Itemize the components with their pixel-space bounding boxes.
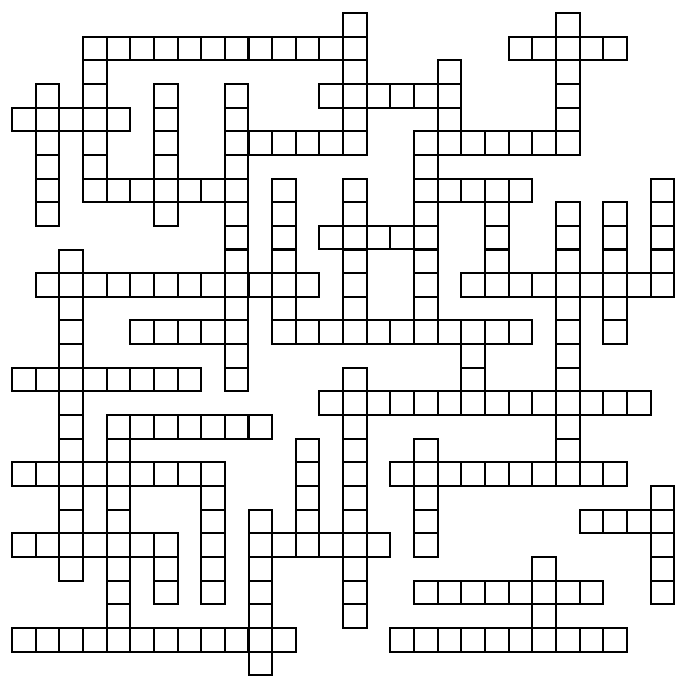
grid-cell[interactable]	[106, 107, 132, 133]
grid-cell[interactable]	[200, 627, 226, 653]
grid-cell[interactable]	[271, 201, 297, 227]
grid-cell[interactable]	[579, 36, 605, 62]
grid-cell[interactable]	[602, 461, 628, 487]
grid-cell[interactable]	[342, 485, 368, 511]
grid-cell[interactable]	[555, 461, 581, 487]
grid-cell[interactable]	[11, 627, 37, 653]
grid-cell[interactable]	[177, 272, 203, 298]
grid-cell[interactable]	[366, 532, 392, 558]
grid-cell[interactable]	[389, 83, 415, 109]
grid-cell[interactable]	[484, 201, 510, 227]
grid-cell[interactable]	[35, 367, 61, 393]
grid-cell[interactable]	[153, 130, 179, 156]
grid-cell[interactable]	[508, 580, 534, 606]
grid-cell[interactable]	[177, 36, 203, 62]
grid-cell[interactable]	[35, 201, 61, 227]
grid-cell[interactable]	[342, 225, 368, 251]
grid-cell[interactable]	[58, 319, 84, 345]
grid-cell[interactable]	[248, 532, 274, 558]
grid-cell[interactable]	[650, 249, 676, 275]
grid-cell[interactable]	[200, 36, 226, 62]
grid-cell[interactable]	[531, 580, 557, 606]
grid-cell[interactable]	[177, 319, 203, 345]
grid-cell[interactable]	[413, 580, 439, 606]
grid-cell[interactable]	[82, 83, 108, 109]
grid-cell[interactable]	[531, 556, 557, 582]
grid-cell[interactable]	[389, 390, 415, 416]
grid-cell[interactable]	[460, 178, 486, 204]
grid-cell[interactable]	[342, 580, 368, 606]
grid-cell[interactable]	[224, 107, 250, 133]
grid-cell[interactable]	[555, 83, 581, 109]
grid-cell[interactable]	[129, 36, 155, 62]
grid-cell[interactable]	[200, 461, 226, 487]
grid-cell[interactable]	[106, 414, 132, 440]
grid-cell[interactable]	[413, 225, 439, 251]
grid-cell[interactable]	[58, 485, 84, 511]
grid-cell[interactable]	[58, 414, 84, 440]
grid-cell[interactable]	[437, 319, 463, 345]
grid-cell[interactable]	[177, 627, 203, 653]
grid-cell[interactable]	[555, 414, 581, 440]
grid-cell[interactable]	[106, 438, 132, 464]
grid-cell[interactable]	[58, 556, 84, 582]
grid-cell[interactable]	[129, 414, 155, 440]
grid-cell[interactable]	[82, 130, 108, 156]
grid-cell[interactable]	[11, 532, 37, 558]
grid-cell[interactable]	[366, 225, 392, 251]
grid-cell[interactable]	[58, 107, 84, 133]
grid-cell[interactable]	[106, 627, 132, 653]
grid-cell[interactable]	[342, 509, 368, 535]
grid-cell[interactable]	[82, 107, 108, 133]
grid-cell[interactable]	[248, 556, 274, 582]
grid-cell[interactable]	[650, 509, 676, 535]
grid-cell[interactable]	[82, 367, 108, 393]
grid-cell[interactable]	[342, 249, 368, 275]
grid-cell[interactable]	[342, 178, 368, 204]
grid-cell[interactable]	[342, 296, 368, 322]
grid-cell[interactable]	[35, 627, 61, 653]
grid-cell[interactable]	[129, 272, 155, 298]
grid-cell[interactable]	[437, 627, 463, 653]
grid-cell[interactable]	[295, 461, 321, 487]
grid-cell[interactable]	[508, 390, 534, 416]
grid-cell[interactable]	[555, 130, 581, 156]
grid-cell[interactable]	[602, 627, 628, 653]
grid-cell[interactable]	[579, 272, 605, 298]
grid-cell[interactable]	[555, 343, 581, 369]
grid-cell[interactable]	[342, 414, 368, 440]
grid-cell[interactable]	[248, 36, 274, 62]
grid-cell[interactable]	[579, 461, 605, 487]
grid-cell[interactable]	[200, 485, 226, 511]
grid-cell[interactable]	[555, 201, 581, 227]
grid-cell[interactable]	[58, 249, 84, 275]
grid-cell[interactable]	[58, 296, 84, 322]
grid-cell[interactable]	[295, 532, 321, 558]
grid-cell[interactable]	[413, 130, 439, 156]
grid-cell[interactable]	[508, 130, 534, 156]
grid-cell[interactable]	[318, 83, 344, 109]
grid-cell[interactable]	[342, 36, 368, 62]
grid-cell[interactable]	[437, 59, 463, 85]
grid-cell[interactable]	[508, 627, 534, 653]
grid-cell[interactable]	[224, 627, 250, 653]
grid-cell[interactable]	[413, 272, 439, 298]
grid-cell[interactable]	[555, 59, 581, 85]
grid-cell[interactable]	[200, 319, 226, 345]
grid-cell[interactable]	[626, 272, 652, 298]
grid-cell[interactable]	[200, 556, 226, 582]
grid-cell[interactable]	[413, 319, 439, 345]
grid-cell[interactable]	[11, 367, 37, 393]
grid-cell[interactable]	[318, 319, 344, 345]
grid-cell[interactable]	[224, 36, 250, 62]
grid-cell[interactable]	[224, 83, 250, 109]
grid-cell[interactable]	[508, 178, 534, 204]
grid-cell[interactable]	[531, 130, 557, 156]
grid-cell[interactable]	[484, 130, 510, 156]
grid-cell[interactable]	[531, 390, 557, 416]
grid-cell[interactable]	[35, 272, 61, 298]
grid-cell[interactable]	[389, 461, 415, 487]
grid-cell[interactable]	[58, 438, 84, 464]
grid-cell[interactable]	[342, 532, 368, 558]
grid-cell[interactable]	[129, 532, 155, 558]
grid-cell[interactable]	[342, 107, 368, 133]
grid-cell[interactable]	[342, 201, 368, 227]
grid-cell[interactable]	[650, 272, 676, 298]
grid-cell[interactable]	[342, 461, 368, 487]
grid-cell[interactable]	[437, 390, 463, 416]
grid-cell[interactable]	[318, 532, 344, 558]
grid-cell[interactable]	[58, 367, 84, 393]
grid-cell[interactable]	[342, 603, 368, 629]
grid-cell[interactable]	[602, 272, 628, 298]
grid-cell[interactable]	[271, 225, 297, 251]
grid-cell[interactable]	[508, 36, 534, 62]
grid-cell[interactable]	[248, 603, 274, 629]
grid-cell[interactable]	[295, 36, 321, 62]
grid-cell[interactable]	[413, 438, 439, 464]
grid-cell[interactable]	[35, 130, 61, 156]
grid-cell[interactable]	[82, 532, 108, 558]
grid-cell[interactable]	[555, 367, 581, 393]
grid-cell[interactable]	[35, 154, 61, 180]
grid-cell[interactable]	[579, 580, 605, 606]
grid-cell[interactable]	[271, 532, 297, 558]
grid-cell[interactable]	[271, 319, 297, 345]
grid-cell[interactable]	[342, 438, 368, 464]
grid-cell[interactable]	[342, 130, 368, 156]
grid-cell[interactable]	[602, 296, 628, 322]
grid-cell[interactable]	[484, 627, 510, 653]
grid-cell[interactable]	[602, 390, 628, 416]
grid-cell[interactable]	[555, 390, 581, 416]
grid-cell[interactable]	[460, 272, 486, 298]
grid-cell[interactable]	[271, 249, 297, 275]
grid-cell[interactable]	[295, 272, 321, 298]
grid-cell[interactable]	[200, 272, 226, 298]
grid-cell[interactable]	[318, 390, 344, 416]
grid-cell[interactable]	[484, 461, 510, 487]
grid-cell[interactable]	[153, 461, 179, 487]
grid-cell[interactable]	[342, 319, 368, 345]
grid-cell[interactable]	[484, 225, 510, 251]
grid-cell[interactable]	[224, 319, 250, 345]
grid-cell[interactable]	[437, 107, 463, 133]
grid-cell[interactable]	[295, 438, 321, 464]
grid-cell[interactable]	[650, 580, 676, 606]
grid-cell[interactable]	[413, 461, 439, 487]
grid-cell[interactable]	[35, 532, 61, 558]
grid-cell[interactable]	[413, 485, 439, 511]
grid-cell[interactable]	[248, 414, 274, 440]
grid-cell[interactable]	[484, 390, 510, 416]
grid-cell[interactable]	[200, 580, 226, 606]
grid-cell[interactable]	[555, 107, 581, 133]
grid-cell[interactable]	[11, 461, 37, 487]
grid-cell[interactable]	[153, 532, 179, 558]
grid-cell[interactable]	[177, 414, 203, 440]
grid-cell[interactable]	[224, 249, 250, 275]
grid-cell[interactable]	[413, 201, 439, 227]
grid-cell[interactable]	[248, 627, 274, 653]
grid-cell[interactable]	[129, 461, 155, 487]
grid-cell[interactable]	[484, 178, 510, 204]
grid-cell[interactable]	[413, 296, 439, 322]
grid-cell[interactable]	[531, 627, 557, 653]
grid-cell[interactable]	[650, 225, 676, 251]
grid-cell[interactable]	[271, 272, 297, 298]
grid-cell[interactable]	[531, 603, 557, 629]
grid-cell[interactable]	[342, 83, 368, 109]
grid-cell[interactable]	[224, 201, 250, 227]
grid-cell[interactable]	[200, 178, 226, 204]
grid-cell[interactable]	[602, 225, 628, 251]
grid-cell[interactable]	[35, 178, 61, 204]
grid-cell[interactable]	[389, 319, 415, 345]
grid-cell[interactable]	[224, 296, 250, 322]
grid-cell[interactable]	[129, 178, 155, 204]
grid-cell[interactable]	[366, 83, 392, 109]
grid-cell[interactable]	[224, 178, 250, 204]
grid-cell[interactable]	[413, 532, 439, 558]
grid-cell[interactable]	[58, 272, 84, 298]
grid-cell[interactable]	[106, 461, 132, 487]
grid-cell[interactable]	[508, 272, 534, 298]
grid-cell[interactable]	[177, 178, 203, 204]
grid-cell[interactable]	[153, 319, 179, 345]
grid-cell[interactable]	[555, 438, 581, 464]
grid-cell[interactable]	[555, 36, 581, 62]
grid-cell[interactable]	[11, 107, 37, 133]
grid-cell[interactable]	[342, 12, 368, 38]
grid-cell[interactable]	[626, 509, 652, 535]
grid-cell[interactable]	[484, 580, 510, 606]
grid-cell[interactable]	[366, 319, 392, 345]
grid-cell[interactable]	[413, 509, 439, 535]
grid-cell[interactable]	[106, 272, 132, 298]
grid-cell[interactable]	[602, 249, 628, 275]
grid-cell[interactable]	[224, 367, 250, 393]
grid-cell[interactable]	[58, 390, 84, 416]
grid-cell[interactable]	[413, 249, 439, 275]
grid-cell[interactable]	[460, 367, 486, 393]
grid-cell[interactable]	[555, 272, 581, 298]
grid-cell[interactable]	[153, 178, 179, 204]
grid-cell[interactable]	[342, 556, 368, 582]
grid-cell[interactable]	[153, 201, 179, 227]
grid-cell[interactable]	[224, 272, 250, 298]
grid-cell[interactable]	[342, 272, 368, 298]
grid-cell[interactable]	[342, 390, 368, 416]
grid-cell[interactable]	[58, 509, 84, 535]
grid-cell[interactable]	[579, 390, 605, 416]
grid-cell[interactable]	[295, 485, 321, 511]
grid-cell[interactable]	[271, 296, 297, 322]
grid-cell[interactable]	[366, 390, 392, 416]
grid-cell[interactable]	[413, 178, 439, 204]
grid-cell[interactable]	[224, 130, 250, 156]
grid-cell[interactable]	[413, 83, 439, 109]
grid-cell[interactable]	[224, 414, 250, 440]
grid-cell[interactable]	[271, 627, 297, 653]
grid-cell[interactable]	[626, 390, 652, 416]
grid-cell[interactable]	[106, 485, 132, 511]
grid-cell[interactable]	[602, 509, 628, 535]
grid-cell[interactable]	[413, 627, 439, 653]
grid-cell[interactable]	[248, 651, 274, 677]
grid-cell[interactable]	[82, 627, 108, 653]
grid-cell[interactable]	[224, 343, 250, 369]
grid-cell[interactable]	[484, 319, 510, 345]
grid-cell[interactable]	[224, 225, 250, 251]
grid-cell[interactable]	[555, 580, 581, 606]
grid-cell[interactable]	[248, 272, 274, 298]
grid-cell[interactable]	[342, 59, 368, 85]
grid-cell[interactable]	[460, 130, 486, 156]
grid-cell[interactable]	[129, 627, 155, 653]
grid-cell[interactable]	[460, 343, 486, 369]
grid-cell[interactable]	[460, 580, 486, 606]
grid-cell[interactable]	[106, 603, 132, 629]
grid-cell[interactable]	[460, 461, 486, 487]
grid-cell[interactable]	[177, 367, 203, 393]
grid-cell[interactable]	[271, 36, 297, 62]
grid-cell[interactable]	[413, 390, 439, 416]
grid-cell[interactable]	[555, 296, 581, 322]
grid-cell[interactable]	[106, 36, 132, 62]
grid-cell[interactable]	[153, 272, 179, 298]
grid-cell[interactable]	[82, 36, 108, 62]
grid-cell[interactable]	[200, 509, 226, 535]
grid-cell[interactable]	[106, 509, 132, 535]
grid-cell[interactable]	[248, 130, 274, 156]
grid-cell[interactable]	[579, 509, 605, 535]
grid-cell[interactable]	[129, 319, 155, 345]
grid-cell[interactable]	[484, 249, 510, 275]
grid-cell[interactable]	[58, 627, 84, 653]
grid-cell[interactable]	[82, 461, 108, 487]
grid-cell[interactable]	[531, 272, 557, 298]
grid-cell[interactable]	[413, 154, 439, 180]
grid-cell[interactable]	[153, 107, 179, 133]
grid-cell[interactable]	[437, 178, 463, 204]
grid-cell[interactable]	[177, 461, 203, 487]
grid-cell[interactable]	[531, 36, 557, 62]
grid-cell[interactable]	[555, 319, 581, 345]
grid-cell[interactable]	[555, 627, 581, 653]
grid-cell[interactable]	[318, 36, 344, 62]
grid-cell[interactable]	[555, 249, 581, 275]
grid-cell[interactable]	[342, 367, 368, 393]
grid-cell[interactable]	[106, 178, 132, 204]
grid-cell[interactable]	[650, 485, 676, 511]
grid-cell[interactable]	[153, 36, 179, 62]
grid-cell[interactable]	[318, 130, 344, 156]
grid-cell[interactable]	[650, 556, 676, 582]
grid-cell[interactable]	[153, 367, 179, 393]
grid-cell[interactable]	[153, 414, 179, 440]
grid-cell[interactable]	[153, 580, 179, 606]
grid-cell[interactable]	[153, 627, 179, 653]
grid-cell[interactable]	[58, 532, 84, 558]
grid-cell[interactable]	[248, 509, 274, 535]
grid-cell[interactable]	[106, 556, 132, 582]
grid-cell[interactable]	[82, 178, 108, 204]
grid-cell[interactable]	[650, 201, 676, 227]
grid-cell[interactable]	[153, 83, 179, 109]
grid-cell[interactable]	[389, 225, 415, 251]
grid-cell[interactable]	[437, 580, 463, 606]
grid-cell[interactable]	[82, 272, 108, 298]
grid-cell[interactable]	[106, 367, 132, 393]
grid-cell[interactable]	[58, 461, 84, 487]
grid-cell[interactable]	[58, 343, 84, 369]
grid-cell[interactable]	[200, 414, 226, 440]
grid-cell[interactable]	[602, 36, 628, 62]
grid-cell[interactable]	[295, 319, 321, 345]
grid-cell[interactable]	[650, 178, 676, 204]
grid-cell[interactable]	[295, 509, 321, 535]
grid-cell[interactable]	[153, 154, 179, 180]
grid-cell[interactable]	[437, 130, 463, 156]
grid-cell[interactable]	[508, 319, 534, 345]
grid-cell[interactable]	[555, 12, 581, 38]
grid-cell[interactable]	[129, 367, 155, 393]
grid-cell[interactable]	[437, 461, 463, 487]
grid-cell[interactable]	[437, 83, 463, 109]
grid-cell[interactable]	[555, 225, 581, 251]
grid-cell[interactable]	[153, 556, 179, 582]
grid-cell[interactable]	[318, 225, 344, 251]
grid-cell[interactable]	[650, 532, 676, 558]
grid-cell[interactable]	[602, 201, 628, 227]
grid-cell[interactable]	[389, 627, 415, 653]
grid-cell[interactable]	[106, 580, 132, 606]
grid-cell[interactable]	[579, 627, 605, 653]
grid-cell[interactable]	[248, 580, 274, 606]
grid-cell[interactable]	[531, 461, 557, 487]
grid-cell[interactable]	[35, 461, 61, 487]
grid-cell[interactable]	[35, 107, 61, 133]
grid-cell[interactable]	[106, 532, 132, 558]
grid-cell[interactable]	[82, 154, 108, 180]
grid-cell[interactable]	[295, 130, 321, 156]
grid-cell[interactable]	[200, 532, 226, 558]
